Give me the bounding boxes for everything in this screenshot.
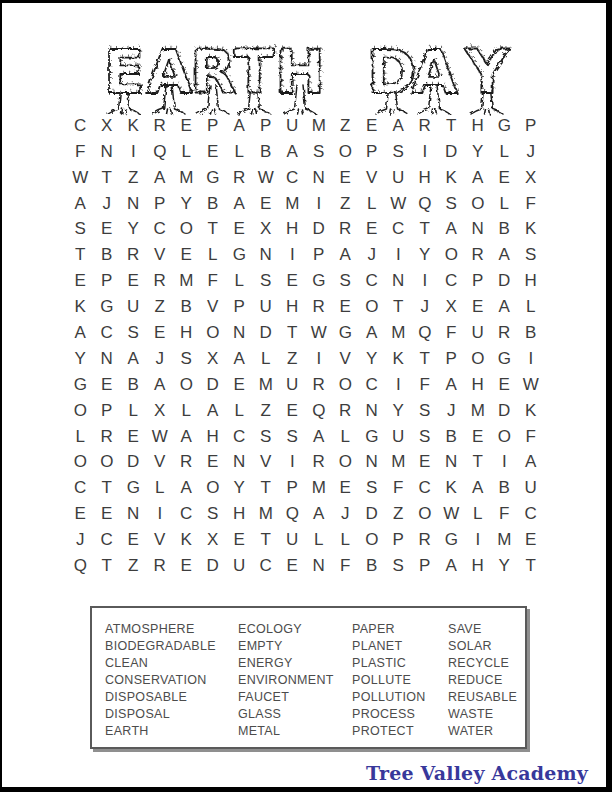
grid-cell: H xyxy=(412,165,439,191)
grid-cell: I xyxy=(491,450,518,476)
grid-cell: U xyxy=(226,553,253,579)
grid-cell: Q xyxy=(67,553,94,579)
grid-cell: F xyxy=(67,139,94,165)
grid-cell: E xyxy=(518,527,545,553)
grid-cell: L xyxy=(465,501,492,527)
grid-cell: Y xyxy=(226,475,253,501)
grid-cell: N xyxy=(120,191,147,217)
grid-cell: A xyxy=(147,165,174,191)
grid-cell: M xyxy=(491,527,518,553)
grid-cell: A xyxy=(120,346,147,372)
grid-cell: S xyxy=(120,320,147,346)
grid-cell: S xyxy=(359,475,386,501)
grid-cell: J xyxy=(412,294,439,320)
grid-cell: E xyxy=(120,527,147,553)
grid-cell: I xyxy=(279,450,306,476)
grid-cell: C xyxy=(173,501,200,527)
grid-cell: B xyxy=(518,320,545,346)
grid-cell: E xyxy=(94,372,121,398)
grid-cell: Z xyxy=(120,553,147,579)
grid-cell: U xyxy=(120,294,147,320)
grid-cell: E xyxy=(465,294,492,320)
grid-cell: E xyxy=(94,501,121,527)
word-list-item: EARTH xyxy=(105,723,238,740)
grid-cell: R xyxy=(332,217,359,243)
grid-cell: P xyxy=(226,294,253,320)
grid-cell: E xyxy=(226,527,253,553)
grid-cell: R xyxy=(147,268,174,294)
grid-cell: W xyxy=(67,165,94,191)
word-list-item: ENERGY xyxy=(238,655,352,672)
grid-cell: I xyxy=(385,242,412,268)
word-list-item: POLLUTION xyxy=(352,689,448,706)
grid-cell: I xyxy=(465,527,492,553)
grid-cell: N xyxy=(226,450,253,476)
grid-cell: C xyxy=(226,424,253,450)
grid-cell: D xyxy=(438,139,465,165)
grid-cell: R xyxy=(332,398,359,424)
grid-cell: E xyxy=(359,113,386,139)
word-list-item: ATMOSPHERE xyxy=(105,621,238,638)
grid-cell: X xyxy=(147,398,174,424)
grid-cell: B xyxy=(491,217,518,243)
grid-cell: R xyxy=(226,165,253,191)
word-search-grid: CXKREPAPUMZEARTHGPFNIQLELBASOPSIDYLJWTZA… xyxy=(67,113,544,579)
grid-cell: O xyxy=(173,217,200,243)
grid-cell: P xyxy=(253,113,280,139)
grid-cell: O xyxy=(491,424,518,450)
grid-cell: L xyxy=(253,346,280,372)
grid-cell: I xyxy=(120,139,147,165)
grid-cell: A xyxy=(438,217,465,243)
svg-text:A: A xyxy=(412,35,459,105)
grid-cell: E xyxy=(332,294,359,320)
grid-cell: A xyxy=(279,139,306,165)
grid-cell: T xyxy=(412,346,439,372)
svg-text:H: H xyxy=(276,35,326,105)
grid-cell: S xyxy=(412,424,439,450)
grid-cell: Z xyxy=(253,398,280,424)
grid-cell: W xyxy=(253,165,280,191)
grid-cell: C xyxy=(412,475,439,501)
grid-cell: P xyxy=(200,113,227,139)
grid-cell: P xyxy=(147,191,174,217)
grid-cell: G xyxy=(332,320,359,346)
grid-cell: O xyxy=(465,191,492,217)
grid-cell: E xyxy=(120,424,147,450)
grid-cell: D xyxy=(491,398,518,424)
grid-cell: P xyxy=(465,268,492,294)
grid-cell: J xyxy=(359,242,386,268)
grid-cell: C xyxy=(253,553,280,579)
grid-cell: R xyxy=(173,450,200,476)
grid-cell: C xyxy=(385,217,412,243)
grid-cell: O xyxy=(67,450,94,476)
grid-cell: E xyxy=(94,217,121,243)
grid-cell: Y xyxy=(359,346,386,372)
grid-cell: J xyxy=(438,398,465,424)
word-list-column: SAVESOLARRECYCLEREDUCEREUSABLEWASTEWATER xyxy=(448,621,525,747)
grid-cell: O xyxy=(359,527,386,553)
grid-cell: L xyxy=(306,527,333,553)
word-list-item: CLEAN xyxy=(105,655,238,672)
grid-cell: R xyxy=(94,424,121,450)
grid-cell: L xyxy=(67,424,94,450)
grid-cell: B xyxy=(94,242,121,268)
grid-cell: O xyxy=(332,139,359,165)
word-list-item: BIODEGRADABLE xyxy=(105,638,238,655)
grid-cell: O xyxy=(332,450,359,476)
grid-cell: S xyxy=(253,424,280,450)
grid-cell: A xyxy=(226,191,253,217)
grid-cell: C xyxy=(94,320,121,346)
grid-cell: E xyxy=(412,450,439,476)
grid-cell: L xyxy=(200,242,227,268)
grid-cell: M xyxy=(385,320,412,346)
word-list-item: PAPER xyxy=(352,621,448,638)
grid-cell: U xyxy=(385,424,412,450)
grid-cell: L xyxy=(332,527,359,553)
grid-cell: D xyxy=(200,372,227,398)
grid-cell: T xyxy=(412,217,439,243)
word-list-item: ENVIRONMENT xyxy=(238,672,352,689)
grid-cell: A xyxy=(173,475,200,501)
grid-cell: G xyxy=(306,268,333,294)
grid-cell: A xyxy=(67,191,94,217)
grid-cell: B xyxy=(438,424,465,450)
grid-cell: P xyxy=(438,346,465,372)
word-list-item: REUSABLE xyxy=(448,689,525,706)
grid-cell: Q xyxy=(412,320,439,346)
grid-cell: N xyxy=(385,268,412,294)
grid-cell: Q xyxy=(412,191,439,217)
title-letters: EEAARRTTHHDDAAYY xyxy=(104,35,512,108)
grid-cell: U xyxy=(279,113,306,139)
grid-cell: N xyxy=(465,217,492,243)
grid-cell: H xyxy=(518,268,545,294)
word-list-item: DISPOSAL xyxy=(105,706,238,723)
grid-cell: S xyxy=(412,398,439,424)
grid-cell: A xyxy=(438,553,465,579)
grid-cell: K xyxy=(120,113,147,139)
grid-cell: X xyxy=(518,165,545,191)
grid-cell: E xyxy=(200,450,227,476)
word-list-item: POLLUTE xyxy=(352,672,448,689)
grid-cell: X xyxy=(200,527,227,553)
grid-cell: U xyxy=(253,294,280,320)
grid-cell: F xyxy=(385,475,412,501)
svg-text:E: E xyxy=(105,35,146,105)
grid-cell: N xyxy=(120,501,147,527)
grid-cell: S xyxy=(332,268,359,294)
grid-cell: N xyxy=(94,139,121,165)
grid-cell: A xyxy=(438,372,465,398)
grid-cell: O xyxy=(200,475,227,501)
grid-cell: S xyxy=(438,191,465,217)
grid-cell: E xyxy=(226,372,253,398)
grid-cell: H xyxy=(279,294,306,320)
grid-cell: B xyxy=(120,372,147,398)
grid-cell: J xyxy=(518,139,545,165)
brand-name: Tree Valley Academy xyxy=(366,762,588,784)
grid-cell: Z xyxy=(385,501,412,527)
grid-cell: X xyxy=(200,346,227,372)
grid-cell: S xyxy=(200,501,227,527)
grid-cell: P xyxy=(306,242,333,268)
grid-cell: M xyxy=(385,450,412,476)
grid-cell: K xyxy=(438,165,465,191)
grid-cell: R xyxy=(412,113,439,139)
grid-cell: P xyxy=(279,475,306,501)
grid-cell: F xyxy=(518,191,545,217)
grid-cell: C xyxy=(94,527,121,553)
grid-cell: I xyxy=(518,346,545,372)
grid-cell: Z xyxy=(332,113,359,139)
grid-cell: C xyxy=(359,268,386,294)
grid-cell: G xyxy=(491,346,518,372)
grid-cell: A xyxy=(465,475,492,501)
word-list-item: SOLAR xyxy=(448,638,525,655)
grid-cell: E xyxy=(67,268,94,294)
grid-cell: T xyxy=(94,165,121,191)
grid-cell: E xyxy=(67,501,94,527)
grid-cell: C xyxy=(147,217,174,243)
grid-cell: E xyxy=(465,424,492,450)
grid-cell: M xyxy=(465,398,492,424)
grid-cell: F xyxy=(200,268,227,294)
grid-cell: P xyxy=(94,398,121,424)
word-list-item: CONSERVATION xyxy=(105,672,238,689)
grid-cell: R xyxy=(306,294,333,320)
grid-cell: L xyxy=(491,139,518,165)
svg-text:R: R xyxy=(191,35,237,105)
word-list-item: RECYCLE xyxy=(448,655,525,672)
grid-cell: P xyxy=(518,113,545,139)
puzzle-title-art: EEAARRTTHHDDAAYY xyxy=(87,25,537,123)
grid-cell: Q xyxy=(306,398,333,424)
grid-cell: T xyxy=(67,242,94,268)
grid-cell: A xyxy=(359,320,386,346)
grid-cell: A xyxy=(226,346,253,372)
grid-cell: L xyxy=(120,398,147,424)
grid-cell: L xyxy=(332,424,359,450)
grid-cell: T xyxy=(253,527,280,553)
grid-cell: P xyxy=(385,527,412,553)
grid-cell: L xyxy=(518,294,545,320)
grid-cell: E xyxy=(173,113,200,139)
grid-cell: A xyxy=(465,165,492,191)
word-list-item: PLANET xyxy=(352,638,448,655)
grid-cell: N xyxy=(226,320,253,346)
grid-cell: Z xyxy=(332,191,359,217)
grid-cell: D xyxy=(200,553,227,579)
grid-cell: R xyxy=(306,372,333,398)
grid-cell: T xyxy=(438,113,465,139)
grid-cell: V xyxy=(200,294,227,320)
grid-cell: M xyxy=(253,501,280,527)
grid-cell: S xyxy=(385,553,412,579)
grid-cell: H xyxy=(173,320,200,346)
grid-cell: Z xyxy=(279,346,306,372)
grid-cell: L xyxy=(226,139,253,165)
grid-cell: O xyxy=(173,372,200,398)
grid-cell: L xyxy=(226,268,253,294)
word-list-item: ECOLOGY xyxy=(238,621,352,638)
grid-cell: J xyxy=(147,346,174,372)
grid-cell: T xyxy=(518,553,545,579)
grid-cell: E xyxy=(120,268,147,294)
grid-cell: N xyxy=(306,553,333,579)
grid-cell: R xyxy=(120,242,147,268)
grid-cell: I xyxy=(306,191,333,217)
grid-cell: A xyxy=(226,113,253,139)
grid-cell: A xyxy=(491,242,518,268)
grid-cell: S xyxy=(306,139,333,165)
grid-cell: E xyxy=(491,372,518,398)
grid-cell: G xyxy=(120,475,147,501)
grid-cell: Q xyxy=(147,139,174,165)
svg-text:Y: Y xyxy=(466,35,512,105)
grid-cell: L xyxy=(173,139,200,165)
grid-cell: W xyxy=(438,501,465,527)
grid-cell: K xyxy=(518,398,545,424)
grid-cell: E xyxy=(491,165,518,191)
grid-cell: U xyxy=(279,372,306,398)
grid-cell: T xyxy=(253,475,280,501)
grid-cell: N xyxy=(359,450,386,476)
grid-cell: H xyxy=(226,501,253,527)
grid-cell: A xyxy=(332,242,359,268)
grid-cell: U xyxy=(465,320,492,346)
grid-cell: E xyxy=(173,242,200,268)
grid-cell: E xyxy=(200,139,227,165)
grid-cell: A xyxy=(306,501,333,527)
grid-cell: Y xyxy=(385,398,412,424)
grid-cell: I xyxy=(279,242,306,268)
grid-cell: S xyxy=(173,346,200,372)
grid-cell: G xyxy=(491,113,518,139)
word-list-column: ATMOSPHEREBIODEGRADABLECLEANCONSERVATION… xyxy=(105,621,238,747)
grid-cell: D xyxy=(491,268,518,294)
grid-cell: A xyxy=(173,424,200,450)
grid-cell: H xyxy=(200,424,227,450)
grid-cell: T xyxy=(94,553,121,579)
grid-cell: F xyxy=(332,553,359,579)
grid-cell: J xyxy=(332,501,359,527)
grid-cell: M xyxy=(173,165,200,191)
grid-cell: H xyxy=(279,217,306,243)
word-list-item: SAVE xyxy=(448,621,525,638)
grid-cell: B xyxy=(359,553,386,579)
grid-cell: I xyxy=(147,501,174,527)
grid-cell: A xyxy=(385,113,412,139)
grid-cell: Q xyxy=(279,501,306,527)
grid-cell: Z xyxy=(120,165,147,191)
grid-cell: I xyxy=(412,268,439,294)
grid-cell: H xyxy=(465,553,492,579)
grid-cell: I xyxy=(412,139,439,165)
grid-cell: O xyxy=(438,242,465,268)
grid-cell: E xyxy=(147,320,174,346)
grid-cell: O xyxy=(200,320,227,346)
grid-cell: D xyxy=(359,501,386,527)
grid-cell: S xyxy=(385,139,412,165)
word-list-item: GLASS xyxy=(238,706,352,723)
grid-cell: E xyxy=(173,553,200,579)
grid-cell: E xyxy=(332,165,359,191)
word-list-item: WATER xyxy=(448,723,525,740)
grid-cell: I xyxy=(306,346,333,372)
grid-cell: A xyxy=(491,294,518,320)
word-list-item: REDUCE xyxy=(448,672,525,689)
grid-cell: C xyxy=(67,475,94,501)
grid-cell: E xyxy=(226,217,253,243)
grid-cell: G xyxy=(67,372,94,398)
grid-cell: F xyxy=(491,501,518,527)
grid-cell: R xyxy=(491,320,518,346)
word-list-box: ATMOSPHEREBIODEGRADABLECLEANCONSERVATION… xyxy=(90,606,527,749)
grid-cell: U xyxy=(518,475,545,501)
grid-cell: A xyxy=(147,372,174,398)
grid-cell: S xyxy=(67,217,94,243)
grid-cell: W xyxy=(385,191,412,217)
grid-cell: P xyxy=(412,553,439,579)
word-list-item: PROTECT xyxy=(352,723,448,740)
grid-cell: K xyxy=(67,294,94,320)
grid-cell: P xyxy=(359,139,386,165)
grid-cell: V xyxy=(147,450,174,476)
grid-cell: D xyxy=(306,217,333,243)
grid-cell: V xyxy=(359,165,386,191)
grid-cell: A xyxy=(306,424,333,450)
grid-cell: Y xyxy=(491,553,518,579)
worksheet-page: EEAARRTTHHDDAAYY CXKREPAPUMZEARTHGPFNIQL… xyxy=(0,0,612,792)
grid-cell: N xyxy=(306,165,333,191)
word-list-column: ECOLOGYEMPTYENERGYENVIRONMENTFAUCETGLASS… xyxy=(238,621,352,747)
grid-cell: A xyxy=(67,320,94,346)
grid-cell: L xyxy=(226,398,253,424)
grid-cell: G xyxy=(438,527,465,553)
grid-cell: J xyxy=(67,527,94,553)
grid-cell: L xyxy=(491,191,518,217)
grid-cell: T xyxy=(465,450,492,476)
grid-cell: G xyxy=(359,424,386,450)
word-list-item: DISPOSABLE xyxy=(105,689,238,706)
grid-cell: N xyxy=(94,346,121,372)
grid-cell: E xyxy=(279,268,306,294)
grid-cell: L xyxy=(359,191,386,217)
grid-cell: W xyxy=(518,372,545,398)
grid-cell: D xyxy=(120,450,147,476)
word-list-column: PAPERPLANETPLASTICPOLLUTEPOLLUTIONPROCES… xyxy=(352,621,448,747)
grid-cell: B xyxy=(253,139,280,165)
grid-cell: Y xyxy=(67,346,94,372)
grid-cell: R xyxy=(465,242,492,268)
grid-cell: B xyxy=(200,191,227,217)
grid-cell: K xyxy=(438,475,465,501)
grid-cell: H xyxy=(465,372,492,398)
grid-cell: C xyxy=(67,113,94,139)
grid-cell: L xyxy=(173,398,200,424)
grid-cell: Y xyxy=(120,217,147,243)
grid-cell: N xyxy=(253,242,280,268)
grid-cell: S xyxy=(279,424,306,450)
grid-cell: G xyxy=(200,165,227,191)
grid-cell: V xyxy=(332,346,359,372)
grid-cell: P xyxy=(94,268,121,294)
grid-cell: M xyxy=(279,191,306,217)
grid-cell: H xyxy=(465,113,492,139)
